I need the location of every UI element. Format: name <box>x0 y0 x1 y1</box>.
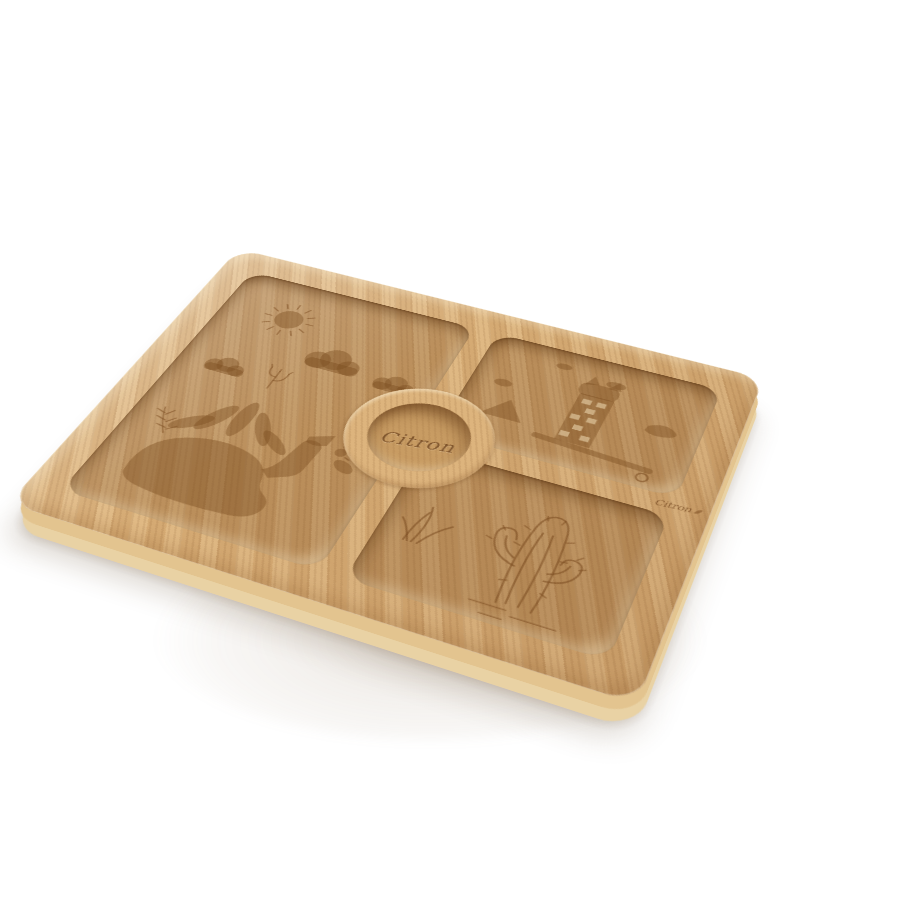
small-cactus-icon <box>256 364 295 391</box>
skateboard-icon <box>523 431 657 483</box>
citron-rim-logo-text: Citron <box>653 497 692 514</box>
cloud-icon <box>201 353 252 378</box>
stone-icon <box>643 422 679 441</box>
flower-icon <box>322 443 369 479</box>
palm-leaves-icon <box>160 385 315 463</box>
sun-icon <box>253 299 324 340</box>
leaf-icon <box>693 507 705 516</box>
saguaro-cactus-icon <box>465 505 601 622</box>
ground-lines-icon <box>464 599 558 636</box>
pebble-icon <box>555 362 574 371</box>
photo-stage: Citron Citron <box>0 0 900 900</box>
cloud-icon <box>300 344 368 378</box>
cactus-spines <box>466 504 604 605</box>
camel-icon <box>99 381 379 542</box>
pebble-icon <box>493 377 514 388</box>
agave-icon <box>392 501 460 550</box>
hat-icon <box>305 430 336 449</box>
citron-bowl-logo: Citron <box>377 428 458 456</box>
bamboo-tray: Citron Citron <box>8 249 764 705</box>
center-bowl: Citron <box>350 393 486 482</box>
